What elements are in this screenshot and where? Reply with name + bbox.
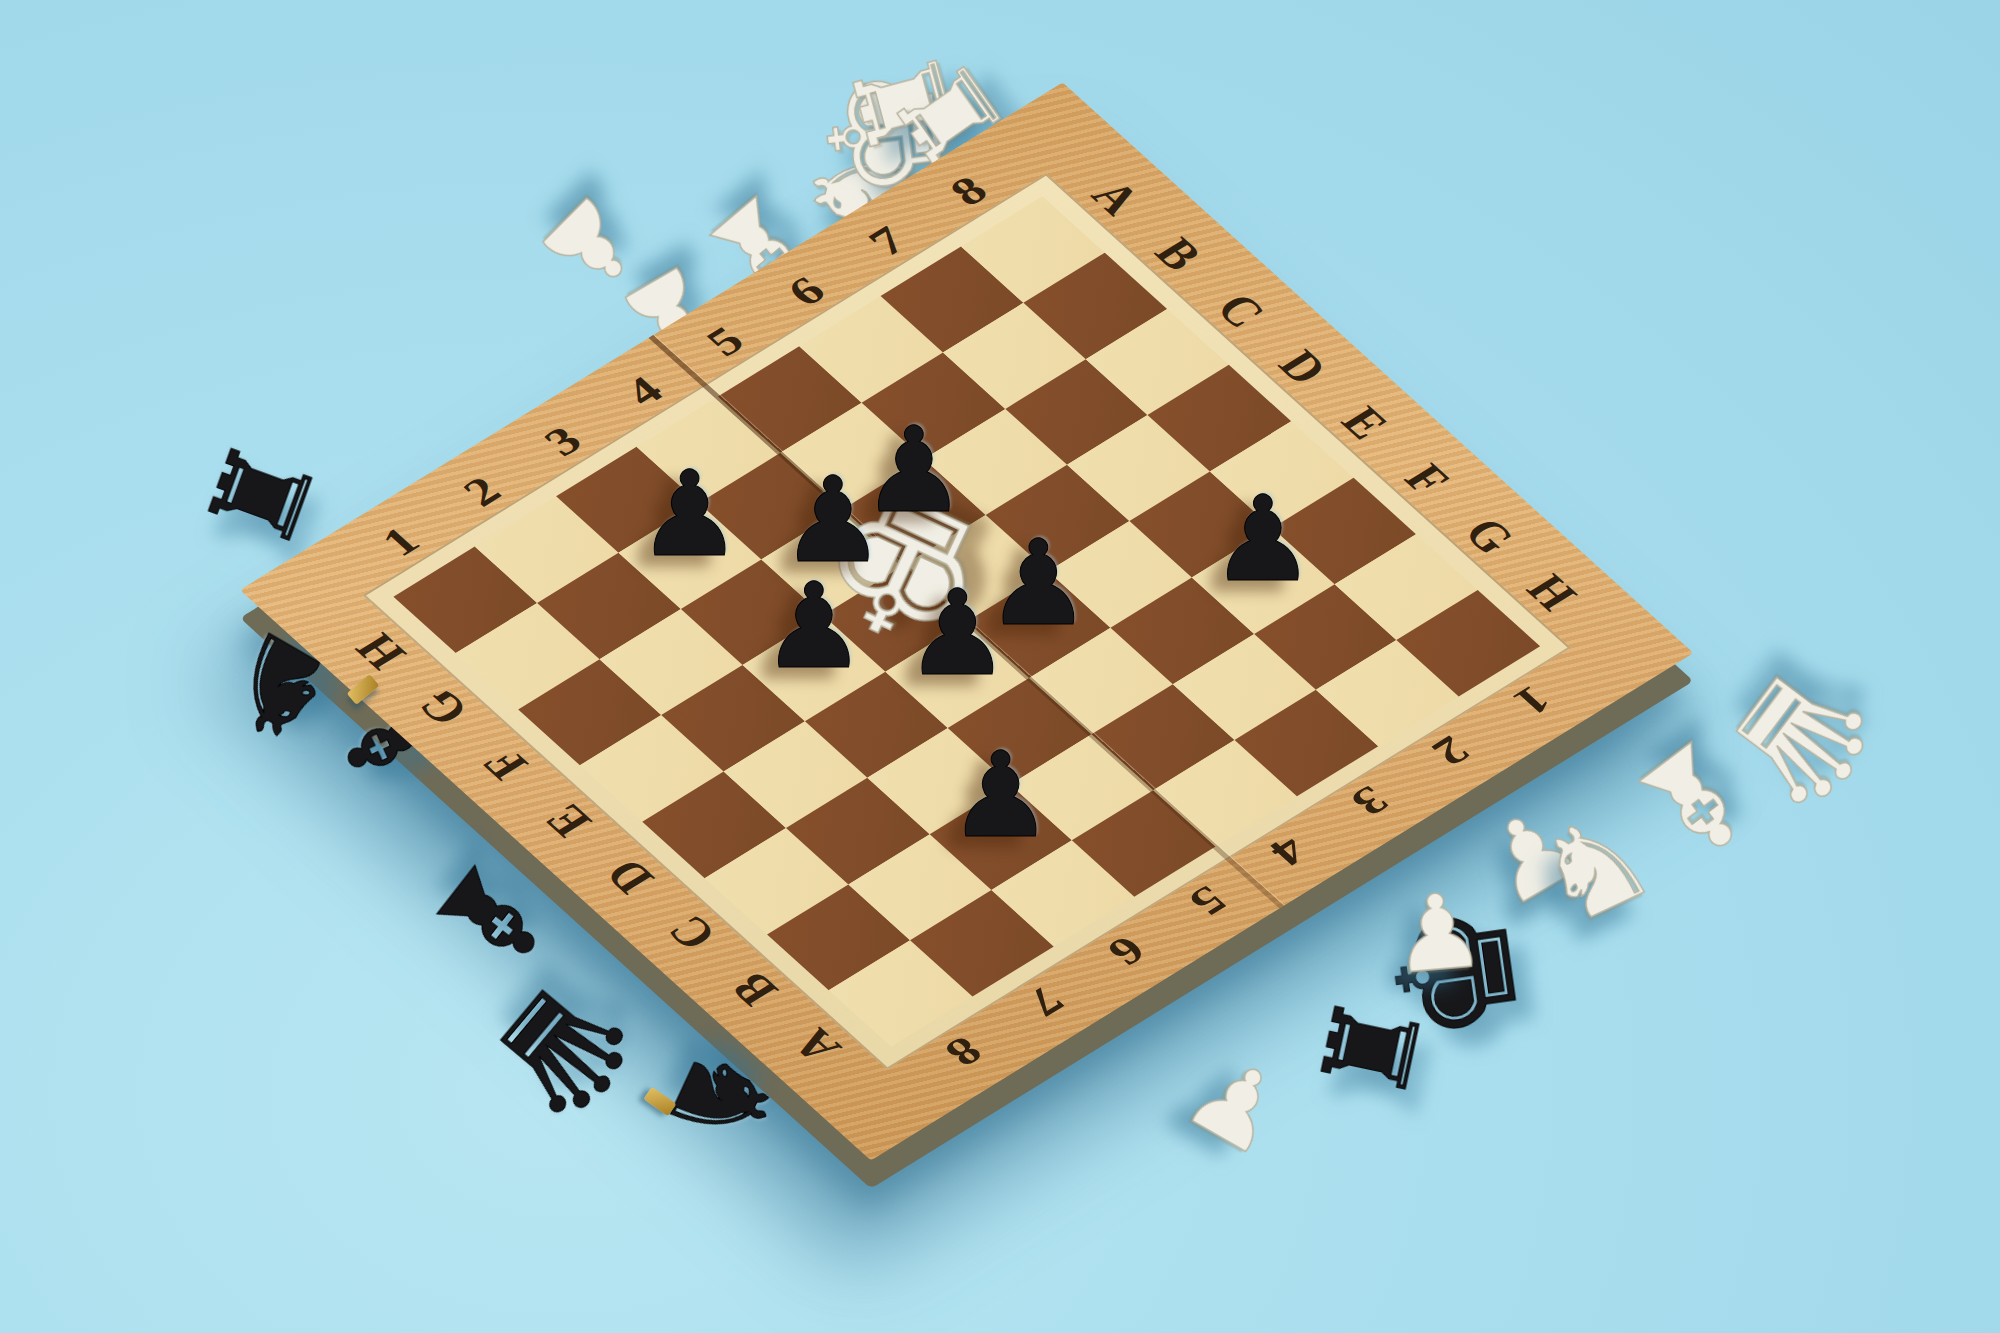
black-pawn-d4: ♟ xyxy=(904,573,1010,691)
black-pawn-e3: ♟ xyxy=(761,567,867,685)
white-pawn: ♟ xyxy=(1387,877,1489,989)
black-pawn-g3: ♟ xyxy=(637,454,743,572)
chess-photo-scene: 12345678ABCDEFGHHGFEDCBA12345678 ♟♟♟♟♟♟♟… xyxy=(0,0,2000,1333)
white-pawn-icon: ♟ xyxy=(1171,1037,1304,1174)
black-pawn-c7: ♟ xyxy=(1210,479,1316,597)
black-pawn-icon: ♟ xyxy=(948,736,1054,854)
black-pawn-icon: ♟ xyxy=(761,567,867,685)
white-pawn-icon: ♟ xyxy=(1387,877,1489,989)
black-pawn-icon: ♟ xyxy=(904,573,1010,691)
black-pawn-icon: ♟ xyxy=(1210,479,1316,597)
white-pawn: ♟ xyxy=(1171,1037,1304,1174)
black-pawn-b3: ♟ xyxy=(948,736,1054,854)
black-pawn-icon: ♟ xyxy=(637,454,743,572)
